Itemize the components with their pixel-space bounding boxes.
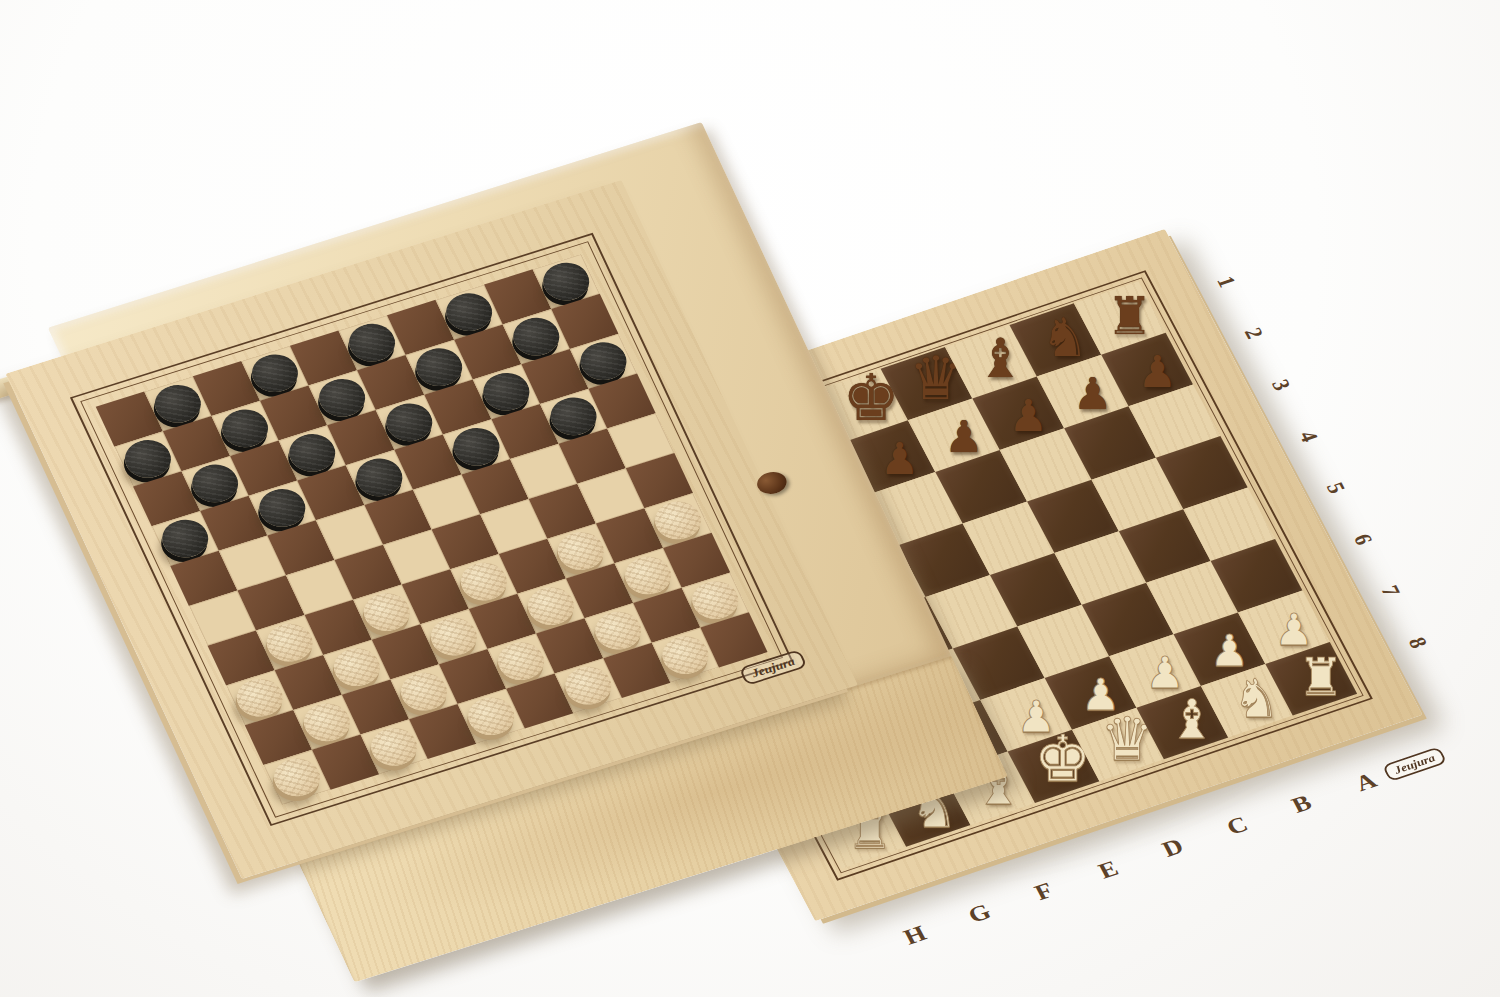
rank-label-3: 3 (1242, 361, 1320, 408)
rank-label-6: 6 (1324, 516, 1402, 563)
file-label-d: D (1135, 826, 1212, 871)
rank-label-4: 4 (1270, 413, 1348, 460)
file-label-f: F (1006, 869, 1083, 914)
file-label-c: C (1199, 804, 1276, 849)
rank-label-8: 8 (1379, 619, 1457, 666)
file-label-e: E (1070, 847, 1147, 892)
jeujura-logo: Jeujura (1382, 746, 1447, 781)
draughts-grid (96, 254, 768, 805)
file-label-g: G (941, 891, 1018, 936)
rank-label-2: 2 (1215, 310, 1293, 357)
product-photo-scene: ♜♞♝♚♛♝♞♜♟♟♟♟♟♟♟♟♟♟♟♟♟♟♟♟♜♞♝♚♛♝♞♜ HGFEDCB… (0, 0, 1500, 997)
file-label-h: H (877, 913, 954, 958)
rank-label-5: 5 (1297, 464, 1375, 511)
rank-label-1: 1 (1188, 258, 1266, 305)
rank-label-7: 7 (1352, 568, 1430, 615)
file-label-b: B (1263, 782, 1340, 827)
